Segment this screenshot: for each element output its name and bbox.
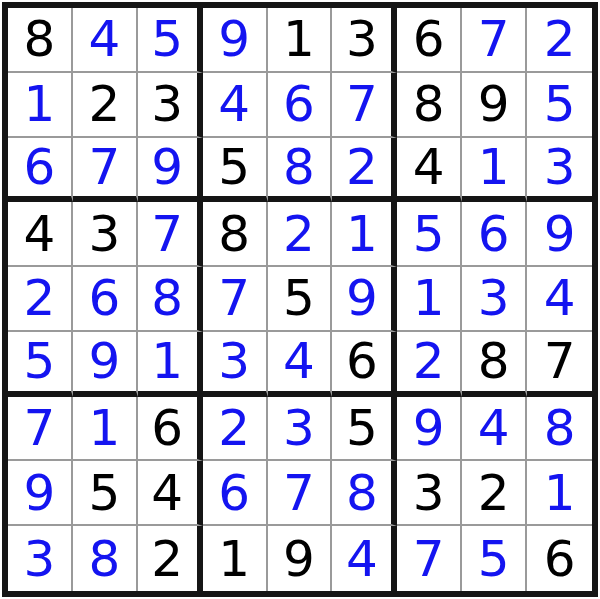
sudoku-cell-r8c2[interactable]: 5 — [73, 461, 138, 526]
sudoku-cell-r3c1[interactable]: 6 — [8, 138, 73, 203]
sudoku-cell-r4c3[interactable]: 7 — [138, 202, 203, 267]
sudoku-cell-r2c6[interactable]: 7 — [332, 73, 397, 138]
sudoku-cell-r2c4[interactable]: 4 — [203, 73, 268, 138]
sudoku-cell-r8c3[interactable]: 4 — [138, 461, 203, 526]
sudoku-cell-r7c7[interactable]: 9 — [397, 397, 462, 462]
sudoku-cell-r3c5[interactable]: 8 — [268, 138, 333, 203]
sudoku-cell-r2c3[interactable]: 3 — [138, 73, 203, 138]
sudoku-cell-r3c3[interactable]: 9 — [138, 138, 203, 203]
sudoku-cell-r5c9[interactable]: 4 — [527, 267, 592, 332]
sudoku-cell-r4c9[interactable]: 9 — [527, 202, 592, 267]
sudoku-cell-r8c4[interactable]: 6 — [203, 461, 268, 526]
sudoku-cell-r7c5[interactable]: 3 — [268, 397, 333, 462]
sudoku-cell-r8c7[interactable]: 3 — [397, 461, 462, 526]
sudoku-cell-r2c8[interactable]: 9 — [462, 73, 527, 138]
sudoku-cell-r2c7[interactable]: 8 — [397, 73, 462, 138]
sudoku-cell-r5c1[interactable]: 2 — [8, 267, 73, 332]
sudoku-cell-r7c1[interactable]: 7 — [8, 397, 73, 462]
sudoku-cell-r5c8[interactable]: 3 — [462, 267, 527, 332]
sudoku-cell-r3c2[interactable]: 7 — [73, 138, 138, 203]
sudoku-cell-r6c4[interactable]: 3 — [203, 332, 268, 397]
sudoku-cell-r7c4[interactable]: 2 — [203, 397, 268, 462]
sudoku-cell-r8c5[interactable]: 7 — [268, 461, 333, 526]
sudoku-cell-r6c9[interactable]: 7 — [527, 332, 592, 397]
sudoku-cell-r2c9[interactable]: 5 — [527, 73, 592, 138]
sudoku-board: 8459136721234678956795824134378215692687… — [2, 2, 598, 597]
sudoku-cell-r9c7[interactable]: 7 — [397, 526, 462, 591]
sudoku-cell-r6c7[interactable]: 2 — [397, 332, 462, 397]
sudoku-cell-r5c5[interactable]: 5 — [268, 267, 333, 332]
sudoku-cell-r8c9[interactable]: 1 — [527, 461, 592, 526]
sudoku-cell-r2c1[interactable]: 1 — [8, 73, 73, 138]
sudoku-cell-r5c3[interactable]: 8 — [138, 267, 203, 332]
sudoku-cell-r5c7[interactable]: 1 — [397, 267, 462, 332]
sudoku-cell-r9c5[interactable]: 9 — [268, 526, 333, 591]
sudoku-cell-r1c1[interactable]: 8 — [8, 8, 73, 73]
sudoku-cell-r1c9[interactable]: 2 — [527, 8, 592, 73]
sudoku-cell-r7c8[interactable]: 4 — [462, 397, 527, 462]
sudoku-cell-r6c1[interactable]: 5 — [8, 332, 73, 397]
sudoku-cell-r6c3[interactable]: 1 — [138, 332, 203, 397]
sudoku-cell-r7c9[interactable]: 8 — [527, 397, 592, 462]
sudoku-cell-r3c7[interactable]: 4 — [397, 138, 462, 203]
sudoku-cell-r3c6[interactable]: 2 — [332, 138, 397, 203]
sudoku-cell-r1c8[interactable]: 7 — [462, 8, 527, 73]
sudoku-board-frame: 8459136721234678956795824134378215692687… — [2, 2, 598, 597]
sudoku-cell-r4c8[interactable]: 6 — [462, 202, 527, 267]
sudoku-cell-r4c1[interactable]: 4 — [8, 202, 73, 267]
sudoku-cell-r9c6[interactable]: 4 — [332, 526, 397, 591]
sudoku-cell-r4c4[interactable]: 8 — [203, 202, 268, 267]
sudoku-cell-r9c8[interactable]: 5 — [462, 526, 527, 591]
sudoku-cell-r3c8[interactable]: 1 — [462, 138, 527, 203]
sudoku-cell-r6c5[interactable]: 4 — [268, 332, 333, 397]
sudoku-cell-r7c6[interactable]: 5 — [332, 397, 397, 462]
sudoku-cell-r4c5[interactable]: 2 — [268, 202, 333, 267]
sudoku-cell-r8c8[interactable]: 2 — [462, 461, 527, 526]
sudoku-cell-r5c6[interactable]: 9 — [332, 267, 397, 332]
sudoku-cell-r5c2[interactable]: 6 — [73, 267, 138, 332]
sudoku-cell-r1c5[interactable]: 1 — [268, 8, 333, 73]
sudoku-cell-r3c4[interactable]: 5 — [203, 138, 268, 203]
sudoku-cell-r5c4[interactable]: 7 — [203, 267, 268, 332]
sudoku-cell-r2c5[interactable]: 6 — [268, 73, 333, 138]
sudoku-cell-r4c6[interactable]: 1 — [332, 202, 397, 267]
sudoku-cell-r8c6[interactable]: 8 — [332, 461, 397, 526]
sudoku-cell-r6c6[interactable]: 6 — [332, 332, 397, 397]
sudoku-cell-r4c2[interactable]: 3 — [73, 202, 138, 267]
sudoku-cell-r1c2[interactable]: 4 — [73, 8, 138, 73]
sudoku-cell-r3c9[interactable]: 3 — [527, 138, 592, 203]
sudoku-cell-r1c7[interactable]: 6 — [397, 8, 462, 73]
sudoku-cell-r9c1[interactable]: 3 — [8, 526, 73, 591]
sudoku-cell-r9c4[interactable]: 1 — [203, 526, 268, 591]
sudoku-cell-r7c2[interactable]: 1 — [73, 397, 138, 462]
sudoku-cell-r9c9[interactable]: 6 — [527, 526, 592, 591]
sudoku-cell-r9c2[interactable]: 8 — [73, 526, 138, 591]
sudoku-cell-r1c4[interactable]: 9 — [203, 8, 268, 73]
sudoku-cell-r7c3[interactable]: 6 — [138, 397, 203, 462]
sudoku-cell-r9c3[interactable]: 2 — [138, 526, 203, 591]
sudoku-cell-r6c8[interactable]: 8 — [462, 332, 527, 397]
sudoku-cell-r6c2[interactable]: 9 — [73, 332, 138, 397]
sudoku-cell-r2c2[interactable]: 2 — [73, 73, 138, 138]
sudoku-cell-r8c1[interactable]: 9 — [8, 461, 73, 526]
sudoku-cell-r1c3[interactable]: 5 — [138, 8, 203, 73]
sudoku-cell-r1c6[interactable]: 3 — [332, 8, 397, 73]
sudoku-cell-r4c7[interactable]: 5 — [397, 202, 462, 267]
